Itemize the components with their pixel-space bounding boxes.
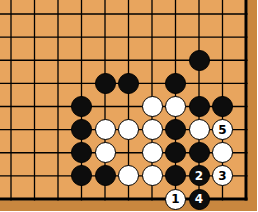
black-stone — [118, 73, 139, 94]
right-board-margin — [248, 0, 258, 211]
white-stone — [142, 142, 163, 163]
go-diagram: 52314 — [0, 0, 257, 211]
white-stone — [118, 119, 139, 140]
white-stone — [165, 96, 186, 117]
bottom-board-margin — [0, 201, 257, 212]
black-stone — [189, 96, 210, 117]
black-stone — [212, 96, 233, 117]
white-stone — [95, 119, 116, 140]
black-stone-move-4: 4 — [189, 189, 210, 210]
white-stone — [189, 119, 210, 140]
white-stone — [142, 119, 163, 140]
white-stone-move-1: 1 — [165, 189, 186, 210]
white-stone — [95, 142, 116, 163]
black-stone — [189, 142, 210, 163]
white-stone — [142, 165, 163, 186]
white-stone — [142, 96, 163, 117]
black-stone — [165, 119, 186, 140]
white-stone-move-5: 5 — [212, 119, 233, 140]
black-stone-move-2: 2 — [189, 165, 210, 186]
black-stone — [165, 73, 186, 94]
black-stone — [95, 165, 116, 186]
black-stone — [71, 119, 92, 140]
black-stone — [95, 73, 116, 94]
black-stone — [189, 50, 210, 71]
go-board[interactable]: 52314 — [0, 0, 257, 211]
black-stone — [71, 96, 92, 117]
